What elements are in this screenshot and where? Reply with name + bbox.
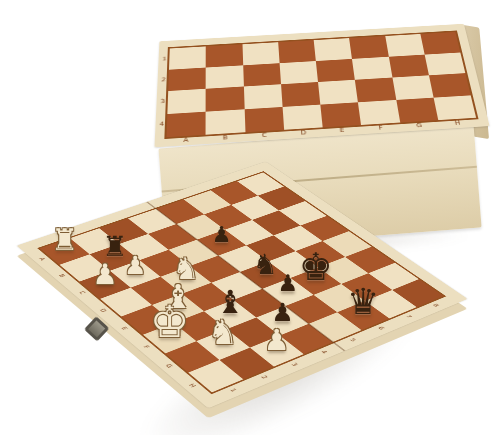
box-square — [206, 86, 244, 111]
box-square — [420, 32, 460, 54]
box-rank-label-3: 3 — [158, 97, 167, 105]
rank-label-1: 1 — [225, 386, 240, 395]
box-square — [316, 59, 355, 82]
box-square — [167, 111, 206, 137]
rank-label-6: 6 — [374, 324, 389, 332]
box-square — [167, 89, 206, 114]
box-square — [433, 95, 476, 120]
box-square — [243, 63, 281, 87]
box-square — [242, 42, 279, 65]
box-square — [396, 97, 438, 122]
rank-label-7: 7 — [401, 313, 415, 321]
box-square — [355, 78, 396, 102]
closed-box-top-checkerboard: ABCDEFGH1234 — [154, 24, 489, 148]
box-square — [352, 56, 392, 79]
box-square — [392, 75, 433, 99]
rank-label-8: 8 — [428, 301, 442, 309]
box-square — [281, 82, 320, 107]
box-square — [168, 67, 206, 91]
rank-label-5: 5 — [345, 336, 360, 344]
box-square — [244, 107, 284, 133]
box-square — [169, 46, 206, 69]
box-square — [279, 61, 318, 85]
box-square — [358, 100, 400, 125]
box-square — [278, 40, 316, 63]
box-checker-grid — [167, 32, 477, 137]
product-photo-chess-set: ABCDEFGH1234 ABCDEFGH12345678 ♟♜♜♟♞♞♚♟♟♝… — [0, 0, 500, 435]
box-square — [318, 80, 358, 104]
box-square — [314, 38, 352, 61]
box-rank-label-4: 4 — [157, 120, 166, 129]
box-square — [243, 84, 282, 109]
box-rank-label-2: 2 — [159, 76, 167, 84]
box-square — [424, 52, 465, 75]
box-square — [349, 36, 388, 58]
rank-label-4: 4 — [316, 348, 331, 357]
box-square — [206, 65, 244, 89]
box-square — [429, 73, 471, 97]
box-square — [206, 44, 243, 67]
box-square — [388, 54, 428, 77]
box-square — [385, 34, 425, 56]
box-square — [282, 104, 322, 130]
rank-label-2: 2 — [256, 373, 271, 382]
box-square — [206, 109, 245, 135]
box-rank-label-1: 1 — [160, 55, 168, 63]
box-square — [320, 102, 361, 127]
rank-label-3: 3 — [287, 360, 302, 369]
